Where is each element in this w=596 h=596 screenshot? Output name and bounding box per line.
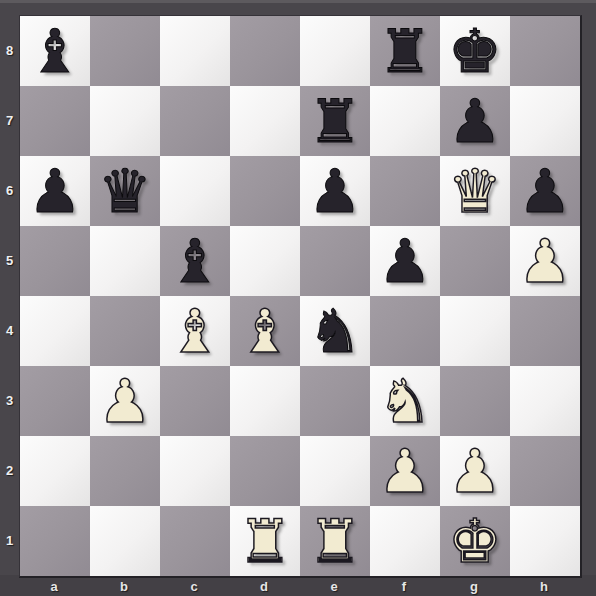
square-h6[interactable]: ♟ (510, 156, 580, 226)
square-b8[interactable] (90, 16, 160, 86)
rank-label-2: 2 (0, 435, 19, 505)
rank-label-8: 8 (0, 15, 19, 85)
piece-white-pawn[interactable]: ♟ (448, 436, 502, 506)
square-d8[interactable] (230, 16, 300, 86)
square-g2[interactable]: ♟ (440, 436, 510, 506)
square-c2[interactable] (160, 436, 230, 506)
piece-white-rook[interactable]: ♜ (308, 506, 362, 576)
square-h5[interactable]: ♟ (510, 226, 580, 296)
square-a1[interactable] (20, 506, 90, 576)
square-a5[interactable] (20, 226, 90, 296)
piece-white-bishop[interactable]: ♝ (238, 296, 292, 366)
piece-black-bishop[interactable]: ♝ (168, 226, 222, 296)
square-e6[interactable]: ♟ (300, 156, 370, 226)
square-c1[interactable] (160, 506, 230, 576)
square-b1[interactable] (90, 506, 160, 576)
file-labels: abcdefgh (19, 577, 581, 596)
piece-white-pawn[interactable]: ♟ (98, 366, 152, 436)
piece-white-pawn[interactable]: ♟ (378, 436, 432, 506)
square-d7[interactable] (230, 86, 300, 156)
file-label-e: e (299, 577, 369, 596)
piece-black-rook[interactable]: ♜ (378, 16, 432, 86)
square-g5[interactable] (440, 226, 510, 296)
square-f7[interactable] (370, 86, 440, 156)
square-b3[interactable]: ♟ (90, 366, 160, 436)
square-c6[interactable] (160, 156, 230, 226)
file-label-f: f (369, 577, 439, 596)
square-d4[interactable]: ♝ (230, 296, 300, 366)
square-f5[interactable]: ♟ (370, 226, 440, 296)
square-a6[interactable]: ♟ (20, 156, 90, 226)
rank-labels: 87654321 (0, 15, 19, 575)
square-c3[interactable] (160, 366, 230, 436)
piece-white-queen[interactable]: ♛ (448, 156, 502, 226)
piece-white-rook[interactable]: ♜ (238, 506, 292, 576)
square-h8[interactable] (510, 16, 580, 86)
piece-white-pawn[interactable]: ♟ (518, 226, 572, 296)
square-b7[interactable] (90, 86, 160, 156)
square-a2[interactable] (20, 436, 90, 506)
square-f2[interactable]: ♟ (370, 436, 440, 506)
square-a3[interactable] (20, 366, 90, 436)
square-e5[interactable] (300, 226, 370, 296)
square-a4[interactable] (20, 296, 90, 366)
square-c4[interactable]: ♝ (160, 296, 230, 366)
file-label-h: h (509, 577, 579, 596)
square-g6[interactable]: ♛ (440, 156, 510, 226)
square-b6[interactable]: ♛ (90, 156, 160, 226)
rank-label-6: 6 (0, 155, 19, 225)
square-f6[interactable] (370, 156, 440, 226)
square-h7[interactable] (510, 86, 580, 156)
piece-black-rook[interactable]: ♜ (308, 86, 362, 156)
rank-label-4: 4 (0, 295, 19, 365)
square-b5[interactable] (90, 226, 160, 296)
square-g4[interactable] (440, 296, 510, 366)
square-f8[interactable]: ♜ (370, 16, 440, 86)
square-c8[interactable] (160, 16, 230, 86)
rank-label-1: 1 (0, 505, 19, 575)
square-c5[interactable]: ♝ (160, 226, 230, 296)
square-e1[interactable]: ♜ (300, 506, 370, 576)
square-h1[interactable] (510, 506, 580, 576)
piece-black-pawn[interactable]: ♟ (28, 156, 82, 226)
chess-board-frame: 87654321 ♝♜♚♜♟♟♛♟♛♟♝♟♟♝♝♞♟♞♟♟♜♜♚ abcdefg… (0, 0, 596, 596)
square-d2[interactable] (230, 436, 300, 506)
square-h4[interactable] (510, 296, 580, 366)
piece-white-knight[interactable]: ♞ (378, 366, 432, 436)
piece-black-pawn[interactable]: ♟ (448, 86, 502, 156)
square-g8[interactable]: ♚ (440, 16, 510, 86)
square-e8[interactable] (300, 16, 370, 86)
square-a8[interactable]: ♝ (20, 16, 90, 86)
file-label-b: b (89, 577, 159, 596)
square-d1[interactable]: ♜ (230, 506, 300, 576)
file-label-d: d (229, 577, 299, 596)
square-g1[interactable]: ♚ (440, 506, 510, 576)
square-f4[interactable] (370, 296, 440, 366)
piece-black-knight[interactable]: ♞ (308, 296, 362, 366)
piece-white-king[interactable]: ♚ (448, 506, 502, 576)
square-b4[interactable] (90, 296, 160, 366)
square-g7[interactable]: ♟ (440, 86, 510, 156)
square-e2[interactable] (300, 436, 370, 506)
square-g3[interactable] (440, 366, 510, 436)
piece-white-bishop[interactable]: ♝ (168, 296, 222, 366)
piece-black-bishop[interactable]: ♝ (28, 16, 82, 86)
piece-black-king[interactable]: ♚ (448, 16, 502, 86)
square-f1[interactable] (370, 506, 440, 576)
square-e3[interactable] (300, 366, 370, 436)
square-h3[interactable] (510, 366, 580, 436)
rank-label-3: 3 (0, 365, 19, 435)
rank-label-5: 5 (0, 225, 19, 295)
file-label-g: g (439, 577, 509, 596)
square-d5[interactable] (230, 226, 300, 296)
square-a7[interactable] (20, 86, 90, 156)
file-label-c: c (159, 577, 229, 596)
piece-black-queen[interactable]: ♛ (98, 156, 152, 226)
square-f3[interactable]: ♞ (370, 366, 440, 436)
rank-label-7: 7 (0, 85, 19, 155)
file-label-a: a (19, 577, 89, 596)
square-e7[interactable]: ♜ (300, 86, 370, 156)
square-d3[interactable] (230, 366, 300, 436)
square-d6[interactable] (230, 156, 300, 226)
piece-black-pawn[interactable]: ♟ (308, 156, 362, 226)
piece-black-pawn[interactable]: ♟ (378, 226, 432, 296)
square-b2[interactable] (90, 436, 160, 506)
square-c7[interactable] (160, 86, 230, 156)
square-h2[interactable] (510, 436, 580, 506)
chess-board[interactable]: ♝♜♚♜♟♟♛♟♛♟♝♟♟♝♝♞♟♞♟♟♜♜♚ (19, 15, 582, 578)
square-e4[interactable]: ♞ (300, 296, 370, 366)
piece-black-pawn[interactable]: ♟ (518, 156, 572, 226)
